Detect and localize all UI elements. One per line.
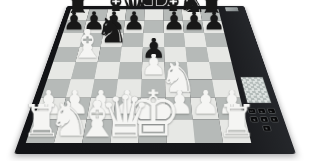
square-h5[interactable]	[206, 47, 231, 62]
piece-black-pawn-f7[interactable]: ♟	[162, 12, 184, 31]
square-h7[interactable]: ♟	[202, 21, 224, 34]
down-button[interactable]: ▾	[261, 125, 271, 132]
square-g7[interactable]: ♟	[182, 21, 203, 34]
piece-white-bishop-b5[interactable]: ♝	[69, 29, 105, 60]
right-button[interactable]: ▾	[268, 116, 278, 122]
piece-white-queen-d1[interactable]: ♛	[98, 94, 150, 139]
square-e7[interactable]	[143, 21, 163, 34]
square-f6[interactable]	[163, 33, 185, 47]
square-h4[interactable]	[209, 62, 235, 79]
piece-white-pawn-g2[interactable]: ♟	[190, 90, 219, 115]
squares: ♜♝♛♚♝♞♜♟♟♟♟♟♟♟♞♝♟♟♞♟♟♟♟♟♟♟♜♞♝♛♚♜	[25, 9, 251, 143]
square-c4[interactable]	[94, 62, 120, 79]
play-button[interactable]: ▸	[266, 107, 276, 113]
up-button[interactable]: ▴	[256, 107, 266, 113]
square-b5[interactable]: ♝	[75, 47, 100, 62]
square-f7[interactable]: ♟	[163, 21, 183, 34]
square-b4[interactable]	[71, 62, 98, 79]
square-d1[interactable]: ♛	[110, 119, 139, 143]
piece-white-rook-h1[interactable]: ♜	[216, 104, 257, 139]
square-a1[interactable]: ♜	[25, 119, 60, 143]
chess-computer-board: ♜♝♛♚♝♞♜♟♟♟♟♟♟♟♞♝♟♟♞♟♟♟♟♟♟♟♜♞♝♛♚♜ ↩▴▸◂●▾▾	[14, 6, 296, 154]
square-h6[interactable]	[204, 33, 228, 47]
square-g2[interactable]: ♟	[190, 98, 219, 119]
square-h1[interactable]: ♜	[218, 119, 250, 143]
photo-scene: ♜♝♛♚♝♞♜♟♟♟♟♟♟♟♞♝♟♟♞♟♟♟♟♟♟♟♜♞♝♛♚♜ ↩▴▸◂●▾▾	[0, 0, 313, 161]
square-g6[interactable]	[184, 33, 207, 47]
piece-black-pawn-h7[interactable]: ♟	[202, 12, 224, 31]
ok-button[interactable]: ●	[258, 116, 268, 122]
piece-black-pawn-g7[interactable]: ♟	[182, 12, 204, 31]
square-d5[interactable]	[120, 47, 143, 62]
piece-white-rook-a1[interactable]: ♜	[20, 104, 61, 139]
square-a4[interactable]	[47, 62, 75, 79]
